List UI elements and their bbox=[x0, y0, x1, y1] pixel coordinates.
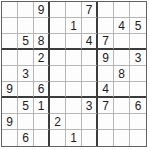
sudoku-cell-r5c3[interactable] bbox=[34, 66, 50, 82]
sudoku-cell-r9c3[interactable] bbox=[34, 130, 50, 146]
sudoku-cell-r5c1[interactable] bbox=[2, 66, 18, 82]
sudoku-cell-r3c4[interactable] bbox=[50, 34, 66, 50]
sudoku-cell-r9c6[interactable] bbox=[82, 130, 98, 146]
sudoku-cell-r1c9[interactable] bbox=[130, 2, 146, 18]
given-digit: 9 bbox=[6, 83, 13, 95]
given-digit: 7 bbox=[102, 35, 109, 47]
sudoku-cell-r7c8[interactable] bbox=[114, 98, 130, 114]
sudoku-cell-r7c7[interactable]: 7 bbox=[98, 98, 114, 114]
sudoku-board: 97145584729338964513769261 bbox=[1, 1, 147, 147]
given-digit: 6 bbox=[38, 83, 45, 95]
given-digit: 7 bbox=[86, 4, 93, 16]
sudoku-cell-r7c9[interactable]: 6 bbox=[130, 98, 146, 114]
sudoku-cell-r2c4[interactable] bbox=[50, 18, 66, 34]
sudoku-cell-r8c9[interactable] bbox=[130, 114, 146, 130]
sudoku-cell-r1c3[interactable]: 9 bbox=[34, 2, 50, 18]
given-digit: 4 bbox=[118, 20, 125, 32]
sudoku-cell-r3c2[interactable]: 5 bbox=[18, 34, 34, 50]
sudoku-cell-r1c2[interactable] bbox=[18, 2, 34, 18]
sudoku-cell-r4c5[interactable] bbox=[66, 50, 82, 66]
sudoku-cell-r7c6[interactable]: 3 bbox=[82, 98, 98, 114]
sudoku-cell-r8c5[interactable] bbox=[66, 114, 82, 130]
sudoku-cell-r7c4[interactable] bbox=[50, 98, 66, 114]
sudoku-cell-r9c1[interactable] bbox=[2, 130, 18, 146]
sudoku-cell-r4c8[interactable] bbox=[114, 50, 130, 66]
sudoku-cell-r8c4[interactable]: 2 bbox=[50, 114, 66, 130]
given-digit: 1 bbox=[38, 100, 45, 112]
given-digit: 8 bbox=[38, 35, 45, 47]
sudoku-cell-r2c9[interactable]: 5 bbox=[130, 18, 146, 34]
sudoku-cell-r8c6[interactable] bbox=[82, 114, 98, 130]
given-digit: 3 bbox=[22, 68, 29, 80]
sudoku-cell-r3c7[interactable]: 7 bbox=[98, 34, 114, 50]
given-digit: 6 bbox=[135, 100, 142, 112]
given-digit: 6 bbox=[22, 132, 29, 144]
sudoku-cell-r6c7[interactable]: 4 bbox=[98, 82, 114, 98]
sudoku-cell-r3c8[interactable] bbox=[114, 34, 130, 50]
sudoku-cell-r4c6[interactable] bbox=[82, 50, 98, 66]
sudoku-cell-r2c3[interactable] bbox=[34, 18, 50, 34]
sudoku-cell-r9c4[interactable] bbox=[50, 130, 66, 146]
sudoku-cell-r8c8[interactable] bbox=[114, 114, 130, 130]
sudoku-cell-r6c2[interactable] bbox=[18, 82, 34, 98]
given-digit: 8 bbox=[118, 68, 125, 80]
sudoku-cell-r7c2[interactable]: 5 bbox=[18, 98, 34, 114]
given-digit: 5 bbox=[22, 35, 29, 47]
given-digit: 3 bbox=[86, 100, 93, 112]
sudoku-cell-r3c3[interactable]: 8 bbox=[34, 34, 50, 50]
sudoku-cell-r6c1[interactable]: 9 bbox=[2, 82, 18, 98]
sudoku-cell-r8c3[interactable] bbox=[34, 114, 50, 130]
given-digit: 3 bbox=[135, 52, 142, 64]
sudoku-cell-r6c9[interactable] bbox=[130, 82, 146, 98]
sudoku-cell-r1c6[interactable]: 7 bbox=[82, 2, 98, 18]
sudoku-cell-r3c9[interactable] bbox=[130, 34, 146, 50]
sudoku-cell-r1c1[interactable] bbox=[2, 2, 18, 18]
sudoku-cell-r4c9[interactable]: 3 bbox=[130, 50, 146, 66]
sudoku-cell-r8c7[interactable] bbox=[98, 114, 114, 130]
given-digit: 5 bbox=[135, 20, 142, 32]
sudoku-cell-r1c4[interactable] bbox=[50, 2, 66, 18]
given-digit: 9 bbox=[38, 4, 45, 16]
sudoku-cell-r2c6[interactable] bbox=[82, 18, 98, 34]
sudoku-board-container: 97145584729338964513769261 bbox=[1, 1, 147, 147]
sudoku-cell-r7c5[interactable] bbox=[66, 98, 82, 114]
sudoku-cell-r4c7[interactable]: 9 bbox=[98, 50, 114, 66]
sudoku-cell-r3c5[interactable] bbox=[66, 34, 82, 50]
sudoku-cell-r2c2[interactable] bbox=[18, 18, 34, 34]
sudoku-cell-r9c9[interactable] bbox=[130, 130, 146, 146]
sudoku-cell-r8c1[interactable]: 9 bbox=[2, 114, 18, 130]
sudoku-cell-r4c2[interactable] bbox=[18, 50, 34, 66]
sudoku-cell-r4c1[interactable] bbox=[2, 50, 18, 66]
sudoku-cell-r4c3[interactable]: 2 bbox=[34, 50, 50, 66]
sudoku-cell-r5c2[interactable]: 3 bbox=[18, 66, 34, 82]
sudoku-cell-r2c8[interactable]: 4 bbox=[114, 18, 130, 34]
sudoku-cell-r4c4[interactable] bbox=[50, 50, 66, 66]
sudoku-cell-r1c8[interactable] bbox=[114, 2, 130, 18]
sudoku-cell-r2c5[interactable]: 1 bbox=[66, 18, 82, 34]
sudoku-cell-r8c2[interactable] bbox=[18, 114, 34, 130]
sudoku-cell-r6c5[interactable] bbox=[66, 82, 82, 98]
sudoku-cell-r1c7[interactable] bbox=[98, 2, 114, 18]
sudoku-cell-r5c4[interactable] bbox=[50, 66, 66, 82]
sudoku-cell-r9c5[interactable]: 1 bbox=[66, 130, 82, 146]
sudoku-cell-r2c7[interactable] bbox=[98, 18, 114, 34]
sudoku-cell-r9c7[interactable] bbox=[98, 130, 114, 146]
given-digit: 1 bbox=[70, 132, 77, 144]
given-digit: 7 bbox=[102, 100, 109, 112]
sudoku-cell-r5c9[interactable] bbox=[130, 66, 146, 82]
sudoku-cell-r3c6[interactable]: 4 bbox=[82, 34, 98, 50]
sudoku-cell-r7c1[interactable] bbox=[2, 98, 18, 114]
given-digit: 5 bbox=[22, 100, 29, 112]
sudoku-cell-r5c6[interactable] bbox=[82, 66, 98, 82]
sudoku-cell-r9c8[interactable] bbox=[114, 130, 130, 146]
sudoku-cell-r6c3[interactable]: 6 bbox=[34, 82, 50, 98]
sudoku-cell-r5c5[interactable] bbox=[66, 66, 82, 82]
given-digit: 4 bbox=[86, 35, 93, 47]
given-digit: 9 bbox=[6, 116, 13, 128]
given-digit: 2 bbox=[54, 116, 61, 128]
given-digit: 2 bbox=[38, 52, 45, 64]
sudoku-cell-r6c8[interactable] bbox=[114, 82, 130, 98]
sudoku-cell-r3c1[interactable] bbox=[2, 34, 18, 50]
sudoku-cell-r1c5[interactable] bbox=[66, 2, 82, 18]
given-digit: 9 bbox=[102, 52, 109, 64]
sudoku-cell-r5c8[interactable]: 8 bbox=[114, 66, 130, 82]
sudoku-cell-r6c6[interactable] bbox=[82, 82, 98, 98]
sudoku-cell-r5c7[interactable] bbox=[98, 66, 114, 82]
sudoku-cell-r9c2[interactable]: 6 bbox=[18, 130, 34, 146]
sudoku-cell-r2c1[interactable] bbox=[2, 18, 18, 34]
sudoku-cell-r6c4[interactable] bbox=[50, 82, 66, 98]
given-digit: 4 bbox=[102, 83, 109, 95]
sudoku-cell-r7c3[interactable]: 1 bbox=[34, 98, 50, 114]
given-digit: 1 bbox=[70, 20, 77, 32]
